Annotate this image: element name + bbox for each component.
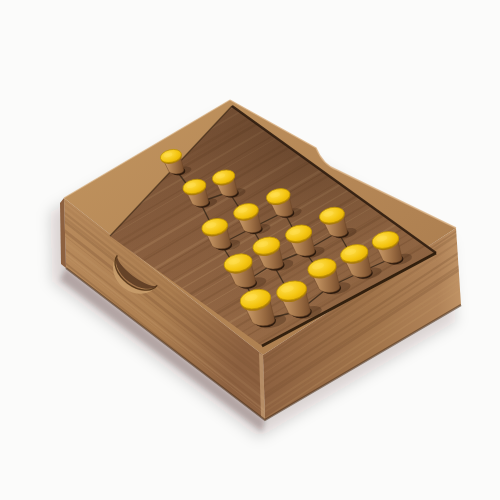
peg-solitaire-box-photo [0,0,500,500]
product-photo-stage [0,0,500,500]
